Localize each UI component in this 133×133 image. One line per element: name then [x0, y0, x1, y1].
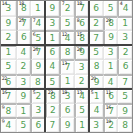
cell-r9c7[interactable]: 3: [88, 117, 103, 132]
cell-r9c5[interactable]: 9: [59, 117, 74, 132]
cell-digit: 5: [65, 19, 71, 28]
cell-digit: 3: [93, 121, 99, 130]
cell-digit: 9: [122, 107, 128, 116]
cell-r9c8[interactable]: 102: [103, 117, 118, 132]
cell-r9c9[interactable]: 8: [117, 117, 132, 132]
cell-digit: 5: [108, 4, 114, 13]
cell-r1c6[interactable]: 187: [74, 1, 89, 16]
cell-r7c2[interactable]: 9: [16, 88, 31, 103]
cell-r2c3[interactable]: 74: [30, 16, 45, 31]
cell-digit: 2: [93, 19, 99, 28]
cell-digit: 1: [79, 121, 85, 130]
cell-r6c9[interactable]: 7: [117, 74, 132, 89]
cell-digit: 1: [5, 48, 11, 57]
cell-r9c1[interactable]: 94: [1, 117, 16, 132]
cage-sum: 18: [76, 1, 82, 6]
cell-r4c7[interactable]: 5: [88, 45, 103, 60]
cell-r6c6[interactable]: 2: [74, 74, 89, 89]
cage-sum: 7: [61, 1, 64, 6]
cell-r2c9[interactable]: 1: [117, 16, 132, 31]
cell-digit: 6: [93, 4, 99, 13]
cell-r8c6[interactable]: 5: [74, 103, 89, 118]
cell-r1c1[interactable]: 143: [1, 1, 16, 16]
cell-r3c1[interactable]: 2: [1, 30, 16, 45]
cage-sum: 12: [61, 32, 67, 37]
cell-r5c4[interactable]: 4: [45, 59, 60, 74]
cell-r8c1[interactable]: 98: [1, 103, 16, 118]
cell-digit: 2: [20, 62, 26, 71]
cell-r5c2[interactable]: 2: [16, 59, 31, 74]
cell-digit: 9: [108, 33, 114, 42]
cell-r7c6[interactable]: 134: [74, 88, 89, 103]
cell-digit: 4: [5, 121, 11, 130]
cell-r3c6[interactable]: 158: [74, 30, 89, 45]
cell-digit: 3: [36, 106, 42, 115]
cage-sum: 16: [105, 105, 111, 110]
cage-sum: 15: [76, 32, 82, 37]
cell-r7c9[interactable]: 5: [117, 88, 132, 103]
cell-r7c8[interactable]: 116: [103, 88, 118, 103]
cell-r7c7[interactable]: 51: [88, 88, 103, 103]
cell-r8c4[interactable]: 2: [45, 103, 60, 118]
cell-digit: 4: [50, 62, 56, 71]
cage-sum: 11: [105, 90, 111, 95]
cell-r4c2[interactable]: 4: [16, 45, 31, 60]
cell-r2c2[interactable]: 257: [16, 16, 31, 31]
cage-sum: 25: [18, 18, 24, 23]
cell-digit: 5: [36, 34, 42, 43]
cage-sum: 5: [32, 90, 35, 95]
cage-sum: 18: [61, 90, 67, 95]
cell-digit: 4: [108, 78, 114, 87]
cell-r5c1[interactable]: 5: [1, 59, 16, 74]
cell-r6c8[interactable]: 4: [103, 74, 118, 89]
cell-r7c4[interactable]: 238: [45, 88, 60, 103]
cell-r3c5[interactable]: 124: [59, 30, 74, 45]
cell-digit: 9: [5, 19, 11, 28]
cell-r6c2[interactable]: 3: [16, 74, 31, 89]
cell-r1c5[interactable]: 72: [59, 1, 74, 16]
cell-digit: 2: [50, 106, 56, 115]
cell-r1c9[interactable]: 44: [117, 1, 132, 16]
cell-r1c4[interactable]: 9: [45, 1, 60, 16]
cell-r6c5[interactable]: 1: [59, 74, 74, 89]
cell-r2c7[interactable]: 2: [88, 16, 103, 31]
cage-sum: 29: [105, 18, 111, 23]
cell-r1c7[interactable]: 6: [88, 1, 103, 16]
cell-digit: 7: [122, 78, 128, 87]
cell-digit: 2: [36, 92, 42, 101]
cell-r1c2[interactable]: 188: [16, 1, 31, 16]
cell-r6c4[interactable]: 5: [45, 74, 60, 89]
cell-digit: 1: [94, 92, 100, 101]
cell-digit: 9: [36, 62, 42, 71]
cell-r3c7[interactable]: 7: [88, 30, 103, 45]
cell-digit: 8: [122, 121, 128, 130]
cell-r6c7[interactable]: 209: [88, 74, 103, 89]
cell-digit: 9: [65, 121, 71, 130]
cell-r3c4[interactable]: 1: [45, 30, 60, 45]
cell-r2c4[interactable]: 3: [45, 16, 60, 31]
cell-digit: 8: [35, 78, 41, 87]
cage-sum: 4: [119, 1, 122, 6]
cell-digit: 1: [108, 62, 114, 71]
cell-r8c9[interactable]: 9: [117, 103, 132, 118]
cage-sum: 23: [47, 90, 53, 95]
cell-digit: 1: [50, 34, 56, 43]
cell-digit: 6: [21, 33, 27, 42]
cell-r9c3[interactable]: 6: [30, 117, 45, 132]
cell-digit: 5: [122, 92, 128, 101]
cell-digit: 8: [65, 48, 71, 57]
cell-r8c8[interactable]: 167: [103, 103, 118, 118]
cell-digit: 9: [20, 92, 26, 101]
cage-sum: 7: [32, 18, 35, 23]
cell-r5c3[interactable]: 9: [30, 59, 45, 74]
cell-digit: 6: [79, 19, 85, 28]
cell-r4c9[interactable]: 2: [117, 45, 132, 60]
cell-digit: 2: [79, 77, 85, 86]
cell-r4c4[interactable]: 6: [45, 45, 60, 60]
cell-digit: 7: [50, 121, 56, 130]
cell-digit: 9: [50, 4, 56, 13]
cell-digit: 5: [50, 78, 56, 87]
cage-sum: 10: [105, 119, 111, 124]
cell-digit: 4: [36, 19, 42, 28]
cell-digit: 6: [50, 48, 56, 57]
cell-digit: 1: [20, 107, 26, 116]
cell-r4c5[interactable]: 8: [59, 45, 74, 60]
cage-sum: 5: [90, 90, 93, 95]
cell-r2c1[interactable]: 9: [1, 16, 16, 31]
cell-digit: 6: [36, 121, 42, 130]
cell-digit: 5: [20, 121, 26, 130]
cage-sum: 22: [1, 76, 7, 81]
cage-sum: 9: [1, 119, 4, 124]
cell-r6c1[interactable]: 226: [1, 74, 16, 89]
cell-r3c8[interactable]: 9: [103, 30, 118, 45]
cell-r1c8[interactable]: 5: [103, 1, 118, 16]
cage-sum: 6: [32, 32, 35, 37]
cell-r7c5[interactable]: 183: [59, 88, 74, 103]
cell-r4c8[interactable]: 3: [103, 45, 118, 60]
cell-r2c6[interactable]: 86: [74, 16, 89, 31]
cell-r5c9[interactable]: 6: [117, 59, 132, 74]
cage-sum: 16: [1, 90, 7, 95]
cell-digit: 5: [79, 106, 85, 115]
cell-digit: 6: [123, 62, 129, 71]
cell-r8c7[interactable]: 4: [88, 103, 103, 118]
cage-sum: 9: [1, 105, 4, 110]
cell-r8c2[interactable]: 1: [16, 103, 31, 118]
cell-r4c6[interactable]: 269: [74, 45, 89, 60]
cage-sum: 8: [76, 18, 79, 23]
cell-digit: 5: [5, 62, 11, 71]
cell-digit: 3: [50, 19, 56, 28]
cell-r9c2[interactable]: 5: [16, 117, 31, 132]
cell-digit: 5: [93, 48, 99, 57]
cell-r2c8[interactable]: 298: [103, 16, 118, 31]
cell-r8c5[interactable]: 6: [59, 103, 74, 118]
cell-digit: 2: [123, 48, 129, 57]
cell-digit: 1: [65, 77, 71, 86]
cell-digit: 6: [65, 106, 71, 115]
cell-r3c9[interactable]: 3: [117, 30, 132, 45]
cell-r9c4[interactable]: 7: [45, 117, 60, 132]
cell-digit: 7: [93, 34, 99, 43]
cell-digit: 8: [94, 62, 100, 71]
cell-r4c1[interactable]: 1: [1, 45, 16, 60]
cell-r3c2[interactable]: 6: [16, 30, 31, 45]
cell-r5c6[interactable]: 3: [74, 59, 89, 74]
cell-r5c5[interactable]: 137: [59, 59, 74, 74]
cell-r6c3[interactable]: 8: [30, 74, 45, 89]
cell-digit: 3: [122, 33, 128, 42]
cell-digit: 4: [94, 106, 100, 115]
cage-sum: 26: [32, 47, 38, 52]
cell-r3c3[interactable]: 65: [30, 30, 45, 45]
cell-r7c3[interactable]: 52: [30, 88, 45, 103]
cell-digit: 2: [5, 33, 11, 42]
sudoku-board: 1431881972187654492577435862298126651124…: [0, 0, 133, 133]
cage-sum: 18: [18, 1, 24, 6]
cell-digit: 3: [108, 48, 114, 57]
cell-r7c1[interactable]: 167: [1, 88, 16, 103]
cell-r5c7[interactable]: 8: [88, 59, 103, 74]
cell-digit: 1: [35, 4, 41, 13]
cage-sum: 13: [76, 90, 82, 95]
cage-sum: 14: [1, 1, 7, 6]
cell-r4c3[interactable]: 267: [30, 45, 45, 60]
cell-digit: 4: [20, 48, 26, 57]
cell-digit: 3: [79, 63, 85, 72]
cell-digit: 8: [5, 107, 11, 116]
cell-digit: 3: [20, 78, 26, 87]
cell-r8c3[interactable]: 3: [30, 103, 45, 118]
cell-r9c6[interactable]: 1: [74, 117, 89, 132]
cell-r5c8[interactable]: 1: [103, 59, 118, 74]
cell-digit: 1: [122, 19, 128, 28]
cell-r2c5[interactable]: 5: [59, 16, 74, 31]
cage-sum: 13: [61, 61, 67, 66]
cell-digit: 4: [123, 4, 129, 13]
cage-sum: 20: [90, 76, 96, 81]
cell-r1c3[interactable]: 1: [30, 1, 45, 16]
cell-digit: 2: [65, 4, 71, 13]
cage-sum: 26: [76, 47, 82, 52]
